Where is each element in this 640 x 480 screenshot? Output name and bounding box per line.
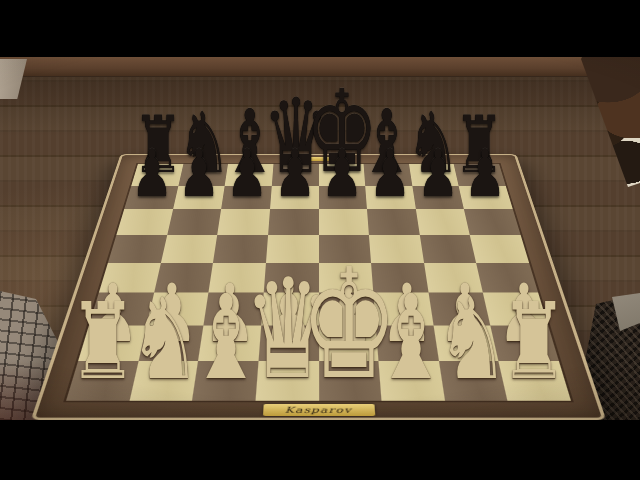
piece-black-pawn-g7: ♟ bbox=[417, 141, 459, 206]
square-b5 bbox=[161, 234, 218, 262]
square-b6 bbox=[167, 209, 221, 235]
room-photo: Kasparov ♜♞♝♛♚♝♞♜♟♟♟♟♟♟♟♟♟♟♟♟♟♟♟♟♜♞♝♛♚♝♞… bbox=[0, 57, 640, 420]
square-g5 bbox=[420, 234, 477, 262]
piece-black-pawn-d7: ♟ bbox=[274, 141, 316, 206]
piece-black-pawn-b7: ♟ bbox=[178, 141, 220, 206]
square-c6 bbox=[217, 209, 269, 235]
piece-white-rook-a1: ♜ bbox=[69, 289, 137, 394]
square-a5 bbox=[108, 234, 167, 262]
piece-black-pawn-c7: ♟ bbox=[226, 141, 268, 206]
video-frame: Kasparov ♜♞♝♛♚♝♞♜♟♟♟♟♟♟♟♟♟♟♟♟♟♟♟♟♜♞♝♛♚♝♞… bbox=[0, 0, 640, 480]
piece-black-pawn-a7: ♟ bbox=[131, 141, 173, 206]
letterbox-bottom bbox=[0, 420, 640, 480]
square-e6 bbox=[319, 209, 370, 235]
square-h5 bbox=[470, 234, 529, 262]
letterbox-top bbox=[0, 0, 640, 57]
piece-white-knight-g1: ♞ bbox=[436, 283, 508, 395]
piece-white-rook-h1: ♜ bbox=[500, 289, 568, 394]
square-a6 bbox=[116, 209, 172, 235]
square-h6 bbox=[464, 209, 520, 235]
piece-black-pawn-f7: ♟ bbox=[369, 141, 411, 206]
square-f6 bbox=[367, 209, 419, 235]
square-d6 bbox=[268, 209, 319, 235]
piece-black-pawn-h7: ♟ bbox=[464, 141, 506, 206]
piece-black-pawn-e7: ♟ bbox=[321, 141, 363, 206]
square-g6 bbox=[416, 209, 470, 235]
